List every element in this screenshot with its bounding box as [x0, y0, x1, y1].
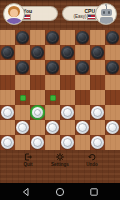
- square-r1c3[interactable]: [45, 45, 60, 60]
- square-r6c7[interactable]: [105, 120, 120, 135]
- square-r7c6[interactable]: [90, 135, 105, 150]
- top-bar: You CPU (Easy): [0, 0, 120, 30]
- square-r7c4[interactable]: [60, 135, 75, 150]
- piece-dark[interactable]: [1, 46, 14, 59]
- robot-eye: [103, 11, 105, 14]
- player-cpu-name: CPU: [84, 8, 95, 14]
- square-r2c2[interactable]: [30, 60, 45, 75]
- square-r0c7[interactable]: [105, 30, 120, 45]
- square-r2c5[interactable]: [75, 60, 90, 75]
- square-r1c7[interactable]: [105, 45, 120, 60]
- piece-light[interactable]: [76, 121, 89, 134]
- square-r5c5[interactable]: [75, 105, 90, 120]
- square-r2c0[interactable]: [0, 60, 15, 75]
- android-nav-bar: [0, 183, 120, 200]
- robot-eye: [108, 11, 110, 14]
- piece-light[interactable]: [16, 121, 29, 134]
- piece-light[interactable]: [31, 136, 44, 149]
- square-r5c4[interactable]: [60, 105, 75, 120]
- piece-light[interactable]: [61, 136, 74, 149]
- square-r6c0[interactable]: [0, 120, 15, 135]
- us-flag-icon: [88, 15, 95, 20]
- robot-body: [100, 17, 113, 24]
- square-r0c1[interactable]: [15, 30, 30, 45]
- home-button[interactable]: [55, 187, 65, 197]
- piece-dark[interactable]: [61, 46, 74, 59]
- square-r6c3[interactable]: [45, 120, 60, 135]
- square-r3c3[interactable]: [45, 75, 60, 90]
- checkers-app: You CPU (Easy): [0, 0, 120, 200]
- square-r1c0[interactable]: [0, 45, 15, 60]
- square-r1c6[interactable]: [90, 45, 105, 60]
- back-icon: [21, 187, 31, 197]
- square-r1c4[interactable]: [60, 45, 75, 60]
- settings-label: Settings: [51, 162, 69, 167]
- piece-dark[interactable]: [91, 46, 104, 59]
- back-button[interactable]: [21, 187, 31, 197]
- square-r7c5[interactable]: [75, 135, 90, 150]
- square-r0c3[interactable]: [45, 30, 60, 45]
- square-r4c6[interactable]: [90, 90, 105, 105]
- square-r5c6[interactable]: [90, 105, 105, 120]
- piece-dark[interactable]: [76, 61, 89, 74]
- piece-dark[interactable]: [16, 31, 29, 44]
- square-r6c6[interactable]: [90, 120, 105, 135]
- square-r7c1[interactable]: [15, 135, 30, 150]
- square-r2c6[interactable]: [90, 60, 105, 75]
- square-r1c5[interactable]: [75, 45, 90, 60]
- square-r3c7[interactable]: [105, 75, 120, 90]
- square-r1c2[interactable]: [30, 45, 45, 60]
- piece-light[interactable]: [1, 106, 14, 119]
- square-r4c3[interactable]: [45, 90, 60, 105]
- piece-dark[interactable]: [31, 46, 44, 59]
- undo-button[interactable]: Undo: [79, 153, 105, 167]
- piece-dark[interactable]: [76, 31, 89, 44]
- square-r4c2[interactable]: [30, 90, 45, 105]
- bottom-toolbar: Quit Settings Undo: [0, 150, 120, 183]
- square-r7c2[interactable]: [30, 135, 45, 150]
- square-r7c0[interactable]: [0, 135, 15, 150]
- piece-dark[interactable]: [46, 61, 59, 74]
- square-r4c7[interactable]: [105, 90, 120, 105]
- square-r3c0[interactable]: [0, 75, 15, 90]
- square-r4c4[interactable]: [60, 90, 75, 105]
- quit-icon: [24, 153, 32, 161]
- square-r4c5[interactable]: [75, 90, 90, 105]
- piece-light[interactable]: [46, 121, 59, 134]
- player-cpu-sub: (Easy): [73, 14, 95, 19]
- square-r3c4[interactable]: [60, 75, 75, 90]
- square-r5c1[interactable]: [15, 105, 30, 120]
- square-r3c2[interactable]: [30, 75, 45, 90]
- square-r5c0[interactable]: [0, 105, 15, 120]
- person-shirt: [6, 18, 22, 25]
- board: [0, 30, 120, 150]
- you-avatar: [3, 3, 25, 25]
- gear-icon: [56, 153, 64, 161]
- settings-button[interactable]: Settings: [47, 153, 73, 167]
- move-hint-dot[interactable]: [50, 95, 56, 101]
- square-r4c0[interactable]: [0, 90, 15, 105]
- square-r0c0[interactable]: [0, 30, 15, 45]
- square-r7c3[interactable]: [45, 135, 60, 150]
- square-r0c4[interactable]: [60, 30, 75, 45]
- square-r2c7[interactable]: [105, 60, 120, 75]
- square-r0c5[interactable]: [75, 30, 90, 45]
- recents-icon: [89, 187, 99, 197]
- square-r5c2[interactable]: [30, 105, 45, 120]
- cpu-difficulty: (Easy): [73, 14, 86, 19]
- piece-dark[interactable]: [106, 61, 119, 74]
- robot-head: [101, 9, 112, 17]
- quit-button[interactable]: Quit: [15, 153, 41, 167]
- square-r5c3[interactable]: [45, 105, 60, 120]
- square-r3c1[interactable]: [15, 75, 30, 90]
- piece-dark[interactable]: [106, 31, 119, 44]
- piece-light[interactable]: [1, 136, 14, 149]
- piece-light[interactable]: [32, 107, 43, 118]
- square-r6c5[interactable]: [75, 120, 90, 135]
- person-face: [10, 9, 18, 18]
- move-hint-dot[interactable]: [20, 95, 26, 101]
- quit-label: Quit: [24, 162, 33, 167]
- square-r4c1[interactable]: [15, 90, 30, 105]
- home-icon: [55, 187, 65, 197]
- piece-dark[interactable]: [16, 61, 29, 74]
- cpu-avatar: [95, 3, 117, 25]
- square-r2c3[interactable]: [45, 60, 60, 75]
- square-r7c7[interactable]: [105, 135, 120, 150]
- square-r3c5[interactable]: [75, 75, 90, 90]
- piece-light[interactable]: [91, 136, 104, 149]
- square-r6c1[interactable]: [15, 120, 30, 135]
- piece-light[interactable]: [91, 106, 104, 119]
- square-r0c2[interactable]: [30, 30, 45, 45]
- square-r6c2[interactable]: [30, 120, 45, 135]
- square-r2c1[interactable]: [15, 60, 30, 75]
- piece-dark[interactable]: [46, 31, 59, 44]
- square-r3c6[interactable]: [90, 75, 105, 90]
- square-r2c4[interactable]: [60, 60, 75, 75]
- undo-label: Undo: [86, 162, 98, 167]
- square-r6c4[interactable]: [60, 120, 75, 135]
- undo-icon: [88, 153, 96, 161]
- square-r0c6[interactable]: [90, 30, 105, 45]
- recents-button[interactable]: [89, 187, 99, 197]
- piece-light[interactable]: [106, 121, 119, 134]
- square-r5c7[interactable]: [105, 105, 120, 120]
- square-r1c1[interactable]: [15, 45, 30, 60]
- piece-light[interactable]: [61, 106, 74, 119]
